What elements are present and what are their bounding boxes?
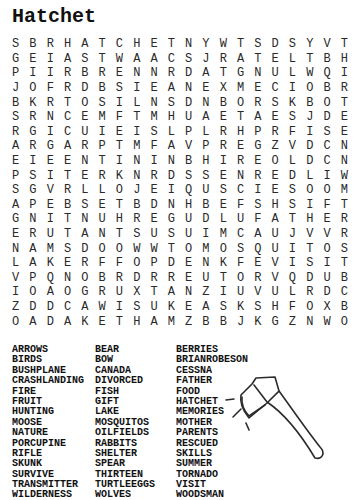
grid-cell: B [197,314,214,329]
grid-cell: H [266,300,283,315]
grid-cell: S [232,241,249,256]
grid-cell: O [24,285,41,300]
grid-cell: E [7,154,24,169]
grid-cell: O [336,314,353,329]
grid-cell: E [7,227,24,242]
grid-cell: B [93,81,110,96]
grid-cell: E [93,314,110,329]
grid-cell: V [7,271,24,286]
grid-cell: U [266,227,283,242]
grid-cell: I [197,227,214,242]
grid-cell: Q [318,66,335,81]
grid-cell: E [318,212,335,227]
grid-cell: R [249,95,266,110]
grid-cell: U [180,227,197,242]
grid-cell: S [284,110,301,125]
grid-cell: R [59,66,76,81]
grid-cell: E [266,52,283,67]
grid-cell: E [266,110,283,125]
grid-cell: F [145,139,162,154]
grid-cell: E [336,110,353,125]
grid-cell: P [93,139,110,154]
grid-cell: E [42,198,59,213]
grid-cell: E [145,212,162,227]
grid-cell: V [318,37,335,52]
grid-cell: D [197,212,214,227]
grid-cell: H [128,314,145,329]
grid-cell: T [163,241,180,256]
grid-cell: L [93,183,110,198]
grid-cell: X [128,285,145,300]
grid-cell: O [7,314,24,329]
grid-cell: R [163,66,180,81]
grid-cell: D [76,81,93,96]
grid-cell: R [76,256,93,271]
grid-cell: U [197,183,214,198]
grid-cell: N [128,154,145,169]
grid-cell: A [24,241,41,256]
grid-cell: C [232,183,249,198]
grid-cell: N [180,37,197,52]
grid-cell: D [180,95,197,110]
grid-cell: O [24,81,41,96]
grid-cell: A [7,139,24,154]
grid-cell: K [284,95,301,110]
grid-cell: P [7,66,24,81]
grid-cell: T [301,241,318,256]
grid-cell: P [7,168,24,183]
word-item: CRASHLANDING [12,376,84,386]
grid-cell: T [284,212,301,227]
grid-cell: M [336,183,353,198]
grid-cell: B [76,66,93,81]
grid-cell: R [163,271,180,286]
grid-cell: C [266,81,283,96]
page-title: Hatchet [12,5,96,28]
grid-cell: S [215,183,232,198]
grid-cell: A [76,300,93,315]
grid-cell: V [284,139,301,154]
grid-cell: E [76,168,93,183]
grid-cell: G [24,183,41,198]
grid-cell: S [76,198,93,213]
grid-cell: I [336,66,353,81]
grid-cell: N [336,139,353,154]
grid-cell: R [128,212,145,227]
grid-cell: U [145,227,162,242]
grid-cell: M [232,81,249,96]
grid-cell: L [284,66,301,81]
grid-cell: A [24,256,41,271]
grid-cell: R [24,227,41,242]
motion-line [226,399,234,400]
grid-cell: C [59,125,76,140]
grid-cell: N [93,227,110,242]
grid-cell: O [76,95,93,110]
grid-cell: R [232,154,249,169]
grid-cell: O [215,241,232,256]
grid-cell: N [232,168,249,183]
grid-cell: K [24,95,41,110]
grid-cell: H [111,212,128,227]
grid-cell: V [318,227,335,242]
grid-cell: W [301,66,318,81]
grid-cell: O [232,271,249,286]
grid-cell: K [111,168,128,183]
grid-cell: A [59,139,76,154]
grid-cell: A [42,285,59,300]
grid-cell: F [42,81,59,96]
grid-cell: C [336,285,353,300]
grid-cell: A [197,110,214,125]
grid-cell: O [128,256,145,271]
grid-cell: H [59,37,76,52]
grid-cell: I [42,212,59,227]
grid-cell: A [128,52,145,67]
grid-cell: W [128,241,145,256]
grid-cell: J [284,227,301,242]
grid-cell: U [266,241,283,256]
grid-cell: R [42,37,59,52]
grid-cell: C [163,52,180,67]
grid-cell: B [318,81,335,96]
grid-cell: E [215,168,232,183]
grid-cell: O [301,300,318,315]
grid-cell: E [24,52,41,67]
grid-cell: I [111,95,128,110]
grid-cell: S [24,168,41,183]
grid-cell: U [145,300,162,315]
grid-cell: Q [284,271,301,286]
grid-cell: T [111,227,128,242]
grid-cell: R [24,139,41,154]
grid-cell: T [145,285,162,300]
grid-cell: G [163,212,180,227]
grid-cell: F [111,110,128,125]
grid-cell: S [76,52,93,67]
grid-cell: R [301,285,318,300]
grid-cell: A [266,212,283,227]
motion-line [233,409,241,417]
grid-cell: O [111,183,128,198]
grid-cell: B [336,271,353,286]
grid-cell: O [232,95,249,110]
grid-cell: G [232,66,249,81]
grid-cell: U [93,212,110,227]
grid-cell: V [180,139,197,154]
grid-cell: N [163,198,180,213]
grid-cell: N [59,271,76,286]
grid-cell: S [128,300,145,315]
grid-cell: T [59,168,76,183]
grid-cell: K [76,314,93,329]
grid-cell: W [145,241,162,256]
grid-cell: L [284,285,301,300]
grid-cell: T [59,227,76,242]
grid-cell: E [111,125,128,140]
grid-cell: C [59,300,76,315]
grid-cell: A [249,227,266,242]
word-item: NATURE [12,428,84,438]
grid-cell: D [24,300,41,315]
grid-cell: S [7,110,24,125]
grid-cell: L [284,154,301,169]
grid-cell: C [318,139,335,154]
grid-cell: W [215,37,232,52]
grid-cell: Q [42,271,59,286]
grid-cell: Z [284,314,301,329]
grid-cell: W [336,168,353,183]
grid-cell: T [336,95,353,110]
grid-cell: D [76,241,93,256]
grid-cell: L [215,212,232,227]
grid-cell: I [128,81,145,96]
grid-cell: D [284,168,301,183]
grid-cell: I [301,125,318,140]
grid-cell: N [7,241,24,256]
grid-cell: I [215,154,232,169]
grid-cell: N [128,168,145,183]
grid-cell: R [215,125,232,140]
grid-cell: N [336,154,353,169]
grid-cell: K [249,314,266,329]
grid-cell: T [93,37,110,52]
grid-cell: S [266,95,283,110]
grid-cell: J [232,314,249,329]
grid-cell: F [318,198,335,213]
grid-cell: U [76,125,93,140]
grid-cell: M [215,227,232,242]
grid-cell: F [249,212,266,227]
grid-cell: S [249,198,266,213]
grid-cell: J [128,183,145,198]
grid-cell: I [24,154,41,169]
grid-cell: R [93,285,110,300]
grid-cell: L [163,125,180,140]
grid-cell: U [180,110,197,125]
grid-cell: I [163,183,180,198]
grid-cell: B [318,52,335,67]
grid-cell: D [318,110,335,125]
grid-cell: I [42,66,59,81]
grid-cell: X [318,300,335,315]
grid-cell: F [93,256,110,271]
grid-cell: S [197,168,214,183]
word-item: WILDERNESS [12,490,84,500]
grid-cell: D [163,168,180,183]
grid-cell: R [215,139,232,154]
grid-cell: A [76,227,93,242]
word-search-page: Hatchet SBRHATCHETNYWTSDSYVTGEIASTWAACSJ… [0,0,354,500]
grid-cell: P [249,125,266,140]
grid-cell: K [232,300,249,315]
grid-cell: B [180,154,197,169]
grid-cell: A [249,110,266,125]
grid-cell: B [24,37,41,52]
grid-cell: S [284,37,301,52]
grid-cell: T [336,37,353,52]
grid-cell: F [284,125,301,140]
grid-cell: E [266,183,283,198]
grid-cell: O [301,81,318,96]
grid-cell: H [128,37,145,52]
grid-cell: T [59,212,76,227]
grid-cell: R [111,271,128,286]
grid-cell: T [93,52,110,67]
grid-cell: H [336,52,353,67]
grid-cell: I [284,241,301,256]
grid-cell: U [111,285,128,300]
grid-cell: S [318,125,335,140]
grid-cell: B [197,198,214,213]
grid-cell: R [266,125,283,140]
grid-cell: A [145,314,162,329]
grid-cell: O [301,183,318,198]
grid-cell: R [145,271,162,286]
grid-cell: U [266,285,283,300]
grid-cell: D [163,256,180,271]
grid-cell: E [59,154,76,169]
grid-cell: L [197,125,214,140]
grid-cell: O [318,95,335,110]
grid-cell: I [128,125,145,140]
hatchet-axe-icon [220,368,354,500]
grid-cell: W [111,52,128,67]
grid-cell: S [7,183,24,198]
grid-cell: G [24,125,41,140]
grid-cell: C [318,154,335,169]
grid-cell: T [336,198,353,213]
grid-cell: N [197,256,214,271]
grid-cell: H [163,110,180,125]
grid-cell: I [42,52,59,67]
grid-cell: S [93,95,110,110]
grid-cell: R [336,81,353,96]
grid-cell: B [301,95,318,110]
grid-cell: I [284,81,301,96]
grid-cell: A [59,52,76,67]
grid-cell: B [128,198,145,213]
grid-cell: B [7,95,24,110]
grid-cell: K [42,256,59,271]
grid-cell: S [249,37,266,52]
grid-cell: M [163,314,180,329]
grid-cell: U [197,271,214,286]
grid-cell: N [180,285,197,300]
letter-grid: SBRHATCHETNYWTSDSYVTGEIASTWAACSJRATELTBH… [7,37,353,329]
grid-cell: A [7,198,24,213]
grid-cell: F [284,300,301,315]
grid-cell: G [266,314,283,329]
grid-cell: T [232,37,249,52]
word-item: WOLVES [95,490,155,500]
grid-cell: M [93,110,110,125]
grid-cell: D [128,271,145,286]
grid-cell: R [336,227,353,242]
grid-cell: E [197,81,214,96]
grid-cell: V [301,227,318,242]
grid-cell: A [163,285,180,300]
grid-cell: O [180,241,197,256]
grid-cell: M [145,110,162,125]
grid-cell: L [128,95,145,110]
grid-cell: N [145,95,162,110]
grid-cell: E [336,125,353,140]
grid-cell: I [284,256,301,271]
grid-cell: N [163,154,180,169]
grid-cell: W [318,314,335,329]
grid-cell: S [215,300,232,315]
grid-cell: A [163,139,180,154]
grid-cell: N [76,154,93,169]
grid-cell: C [232,227,249,242]
grid-cell: T [128,110,145,125]
grid-cell: R [215,52,232,67]
grid-cell: C [111,37,128,52]
grid-cell: I [318,256,335,271]
grid-cell: F [232,198,249,213]
grid-cell: T [249,52,266,67]
grid-cell: M [42,241,59,256]
grid-cell: F [232,256,249,271]
grid-cell: B [215,95,232,110]
grid-cell: L [301,168,318,183]
grid-cell: S [249,300,266,315]
grid-cell: O [76,271,93,286]
grid-cell: P [145,256,162,271]
grid-cell: Z [7,300,24,315]
grid-cell: N [24,212,41,227]
grid-cell: T [215,271,232,286]
grid-cell: U [232,212,249,227]
grid-cell: D [301,271,318,286]
grid-cell: J [197,52,214,67]
grid-cell: E [59,256,76,271]
grid-cell: O [318,241,335,256]
grid-cell: E [180,271,197,286]
grid-cell: W [93,300,110,315]
grid-cell: Z [180,314,197,329]
grid-cell: H [301,212,318,227]
grid-cell: O [59,285,76,300]
grid-cell: P [180,125,197,140]
grid-cell: R [24,110,41,125]
grid-cell: R [145,168,162,183]
grid-cell: E [249,256,266,271]
grid-cell: M [197,241,214,256]
grid-cell: S [284,198,301,213]
grid-cell: G [249,139,266,154]
grid-cell: S [7,37,24,52]
grid-cell: E [180,256,197,271]
grid-cell: H [232,125,249,140]
grid-cell: O [111,241,128,256]
grid-cell: H [180,198,197,213]
grid-cell: B [59,198,76,213]
grid-cell: E [249,81,266,96]
grid-cell: T [111,198,128,213]
grid-cell: R [249,168,266,183]
grid-cell: A [197,66,214,81]
grid-cell: O [93,241,110,256]
grid-cell: S [301,256,318,271]
grid-cell: P [24,271,41,286]
grid-cell: S [336,241,353,256]
grid-cell: S [145,125,162,140]
grid-cell: N [197,95,214,110]
grid-cell: N [76,212,93,227]
grid-cell: D [42,300,59,315]
